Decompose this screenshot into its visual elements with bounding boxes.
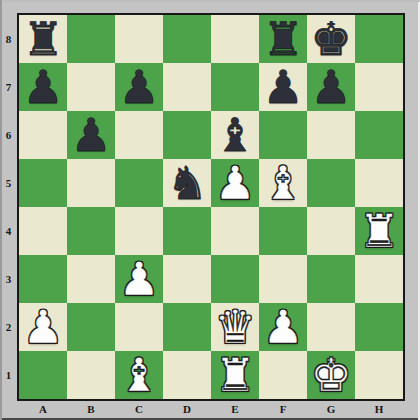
piece-black-rook[interactable]: ♜ bbox=[262, 15, 303, 63]
piece-white-pawn[interactable]: ♟ bbox=[118, 255, 159, 303]
piece-black-rook[interactable]: ♜ bbox=[22, 15, 63, 63]
square-c2[interactable] bbox=[115, 303, 163, 351]
square-e7[interactable] bbox=[211, 63, 259, 111]
piece-black-pawn[interactable]: ♟ bbox=[118, 63, 159, 111]
square-f2[interactable]: ♟ bbox=[259, 303, 307, 351]
square-b1[interactable] bbox=[67, 351, 115, 399]
square-e2[interactable]: ♛ bbox=[211, 303, 259, 351]
piece-white-pawn[interactable]: ♟ bbox=[22, 303, 63, 351]
chess-board: ♜♜♚♟♟♟♟♟♝♞♟♝♜♟♟♛♟♝♜♚ bbox=[17, 13, 405, 401]
square-d2[interactable] bbox=[163, 303, 211, 351]
board-frame: 87654321 ♜♜♚♟♟♟♟♟♝♞♟♝♜♟♟♛♟♝♜♚ ABCDEFGH bbox=[0, 0, 420, 420]
square-g1[interactable]: ♚ bbox=[307, 351, 355, 399]
piece-white-pawn[interactable]: ♟ bbox=[214, 159, 255, 207]
square-e4[interactable] bbox=[211, 207, 259, 255]
square-c4[interactable] bbox=[115, 207, 163, 255]
rank-label-6: 6 bbox=[0, 111, 17, 159]
square-a6[interactable] bbox=[19, 111, 67, 159]
file-label-d: D bbox=[163, 400, 211, 418]
square-e6[interactable]: ♝ bbox=[211, 111, 259, 159]
square-e3[interactable] bbox=[211, 255, 259, 303]
square-a2[interactable]: ♟ bbox=[19, 303, 67, 351]
piece-white-queen[interactable]: ♛ bbox=[214, 303, 255, 351]
file-label-g: G bbox=[307, 400, 355, 418]
file-label-c: C bbox=[115, 400, 163, 418]
square-g2[interactable] bbox=[307, 303, 355, 351]
square-f1[interactable] bbox=[259, 351, 307, 399]
square-h5[interactable] bbox=[355, 159, 403, 207]
piece-white-bishop[interactable]: ♝ bbox=[118, 351, 159, 399]
rank-label-3: 3 bbox=[0, 255, 17, 303]
file-label-b: B bbox=[67, 400, 115, 418]
square-d6[interactable] bbox=[163, 111, 211, 159]
file-label-e: E bbox=[211, 400, 259, 418]
square-f4[interactable] bbox=[259, 207, 307, 255]
square-g3[interactable] bbox=[307, 255, 355, 303]
square-c1[interactable]: ♝ bbox=[115, 351, 163, 399]
square-a4[interactable] bbox=[19, 207, 67, 255]
square-e1[interactable]: ♜ bbox=[211, 351, 259, 399]
square-d8[interactable] bbox=[163, 15, 211, 63]
square-b5[interactable] bbox=[67, 159, 115, 207]
piece-black-pawn[interactable]: ♟ bbox=[22, 63, 63, 111]
square-h2[interactable] bbox=[355, 303, 403, 351]
square-c5[interactable] bbox=[115, 159, 163, 207]
rank-label-8: 8 bbox=[0, 15, 17, 63]
square-d5[interactable]: ♞ bbox=[163, 159, 211, 207]
square-a7[interactable]: ♟ bbox=[19, 63, 67, 111]
rank-label-4: 4 bbox=[0, 207, 17, 255]
square-c6[interactable] bbox=[115, 111, 163, 159]
piece-white-pawn[interactable]: ♟ bbox=[262, 303, 303, 351]
piece-white-rook[interactable]: ♜ bbox=[358, 207, 399, 255]
rank-label-2: 2 bbox=[0, 303, 17, 351]
square-f3[interactable] bbox=[259, 255, 307, 303]
piece-black-bishop[interactable]: ♝ bbox=[214, 111, 255, 159]
square-c3[interactable]: ♟ bbox=[115, 255, 163, 303]
square-a1[interactable] bbox=[19, 351, 67, 399]
square-b8[interactable] bbox=[67, 15, 115, 63]
square-g6[interactable] bbox=[307, 111, 355, 159]
rank-label-5: 5 bbox=[0, 159, 17, 207]
square-g7[interactable]: ♟ bbox=[307, 63, 355, 111]
piece-black-pawn[interactable]: ♟ bbox=[262, 63, 303, 111]
square-b4[interactable] bbox=[67, 207, 115, 255]
square-c8[interactable] bbox=[115, 15, 163, 63]
square-f8[interactable]: ♜ bbox=[259, 15, 307, 63]
square-d7[interactable] bbox=[163, 63, 211, 111]
square-h7[interactable] bbox=[355, 63, 403, 111]
square-g4[interactable] bbox=[307, 207, 355, 255]
piece-black-pawn[interactable]: ♟ bbox=[70, 111, 111, 159]
square-b6[interactable]: ♟ bbox=[67, 111, 115, 159]
piece-white-rook[interactable]: ♜ bbox=[214, 351, 255, 399]
file-label-h: H bbox=[355, 400, 403, 418]
file-label-f: F bbox=[259, 400, 307, 418]
square-f7[interactable]: ♟ bbox=[259, 63, 307, 111]
square-h8[interactable] bbox=[355, 15, 403, 63]
rank-labels: 87654321 bbox=[0, 15, 17, 399]
square-d3[interactable] bbox=[163, 255, 211, 303]
square-h6[interactable] bbox=[355, 111, 403, 159]
square-g5[interactable] bbox=[307, 159, 355, 207]
square-e5[interactable]: ♟ bbox=[211, 159, 259, 207]
piece-white-bishop[interactable]: ♝ bbox=[262, 159, 303, 207]
square-a5[interactable] bbox=[19, 159, 67, 207]
square-h3[interactable] bbox=[355, 255, 403, 303]
square-e8[interactable] bbox=[211, 15, 259, 63]
square-b2[interactable] bbox=[67, 303, 115, 351]
square-h1[interactable] bbox=[355, 351, 403, 399]
piece-black-knight[interactable]: ♞ bbox=[166, 159, 207, 207]
square-g8[interactable]: ♚ bbox=[307, 15, 355, 63]
piece-black-king[interactable]: ♚ bbox=[310, 15, 351, 63]
square-d4[interactable] bbox=[163, 207, 211, 255]
square-a3[interactable] bbox=[19, 255, 67, 303]
piece-white-king[interactable]: ♚ bbox=[310, 351, 351, 399]
file-label-a: A bbox=[19, 400, 67, 418]
square-f5[interactable]: ♝ bbox=[259, 159, 307, 207]
rank-label-7: 7 bbox=[0, 63, 17, 111]
square-c7[interactable]: ♟ bbox=[115, 63, 163, 111]
piece-black-pawn[interactable]: ♟ bbox=[310, 63, 351, 111]
square-h4[interactable]: ♜ bbox=[355, 207, 403, 255]
file-labels: ABCDEFGH bbox=[19, 400, 403, 418]
square-b7[interactable] bbox=[67, 63, 115, 111]
square-a8[interactable]: ♜ bbox=[19, 15, 67, 63]
square-d1[interactable] bbox=[163, 351, 211, 399]
rank-label-1: 1 bbox=[0, 351, 17, 399]
square-f6[interactable] bbox=[259, 111, 307, 159]
square-b3[interactable] bbox=[67, 255, 115, 303]
